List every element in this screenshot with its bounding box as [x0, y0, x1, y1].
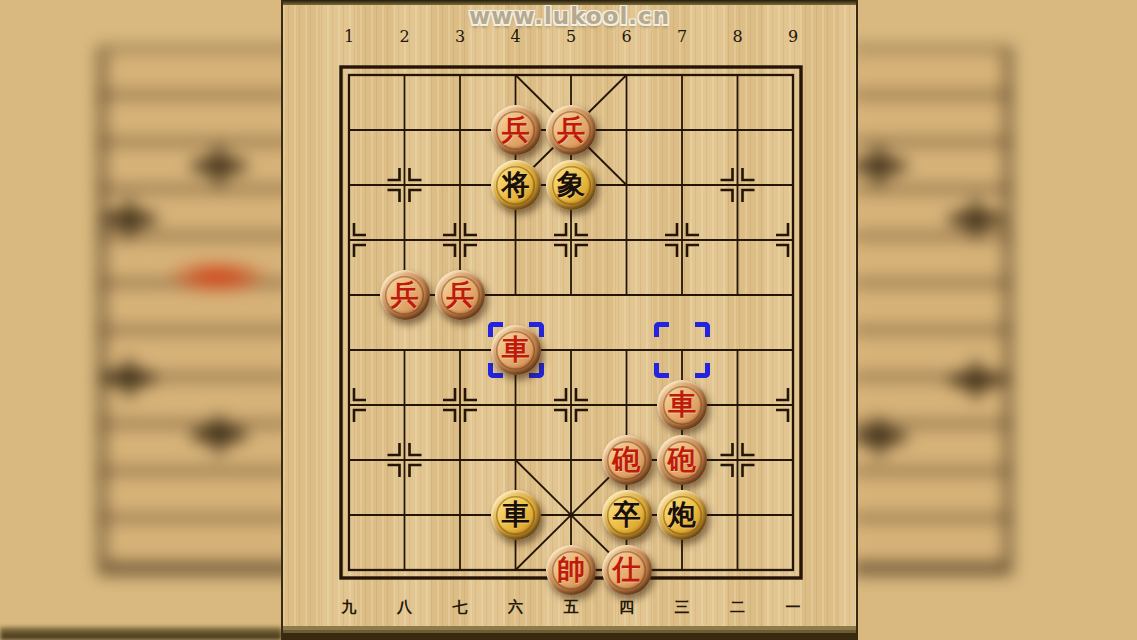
piece-character: 卒 — [613, 501, 641, 529]
piece-face: 車 — [496, 331, 535, 370]
piece-character: 砲 — [613, 446, 641, 474]
piece-face: 兵 — [552, 111, 591, 150]
background-marker-blob — [100, 369, 158, 387]
piece-character: 砲 — [668, 446, 696, 474]
piece-black-cannon[interactable]: 炮 — [657, 490, 707, 540]
piece-red-chariot[interactable]: 車 — [657, 380, 707, 430]
piece-character: 兵 — [557, 116, 585, 144]
rank-number-label: 五 — [558, 598, 584, 617]
piece-red-cannon[interactable]: 砲 — [657, 435, 707, 485]
piece-black-chariot[interactable]: 車 — [491, 490, 541, 540]
piece-character: 象 — [557, 171, 585, 199]
piece-red-soldier[interactable]: 兵 — [546, 105, 596, 155]
piece-red-soldier[interactable]: 兵 — [380, 270, 430, 320]
rank-number-label: 一 — [780, 598, 806, 617]
piece-face: 車 — [663, 386, 702, 425]
background-red-piece-blob — [164, 260, 272, 294]
piece-face: 仕 — [607, 551, 646, 590]
piece-red-cannon[interactable]: 砲 — [602, 435, 652, 485]
last-move-origin-marker — [654, 322, 710, 378]
bracket-corner — [695, 322, 710, 337]
piece-face: 砲 — [607, 441, 646, 480]
piece-red-general[interactable]: 帥 — [546, 545, 596, 595]
background-bottom-edge — [0, 627, 282, 640]
background-board-left — [98, 46, 296, 575]
rank-number-label: 三 — [669, 598, 695, 617]
piece-face: 炮 — [663, 496, 702, 535]
window-bottom-edge — [283, 626, 856, 640]
piece-black-general[interactable]: 将 — [491, 160, 541, 210]
screenshot: www.lukool.cn 123456789 兵兵将象兵兵車車砲砲車卒炮帥仕 … — [0, 0, 1137, 640]
piece-face: 将 — [496, 166, 535, 205]
rank-number-label: 九 — [336, 598, 362, 617]
background-marker-blob — [947, 371, 1005, 389]
piece-character: 車 — [668, 391, 696, 419]
rank-number-label: 八 — [392, 598, 418, 617]
bracket-corner — [654, 322, 669, 337]
background-marker-blob — [947, 210, 1005, 228]
piece-face: 砲 — [663, 441, 702, 480]
piece-character: 仕 — [613, 556, 641, 584]
piece-face: 兵 — [385, 276, 424, 315]
piece-red-soldier[interactable]: 兵 — [491, 105, 541, 155]
piece-red-advisor[interactable]: 仕 — [602, 545, 652, 595]
piece-character: 兵 — [446, 281, 474, 309]
rank-number-label: 二 — [725, 598, 751, 617]
background-board-right — [852, 46, 1012, 575]
piece-black-soldier[interactable]: 卒 — [602, 490, 652, 540]
board[interactable]: 兵兵将象兵兵車車砲砲車卒炮帥仕 — [283, 0, 860, 640]
piece-face: 車 — [496, 496, 535, 535]
piece-character: 帥 — [557, 556, 585, 584]
window-top-edge — [283, 0, 856, 5]
piece-face: 兵 — [496, 111, 535, 150]
background-marker-blob — [100, 210, 158, 228]
rank-number-label: 七 — [447, 598, 473, 617]
bracket-corner — [654, 363, 669, 378]
piece-black-elephant[interactable]: 象 — [546, 160, 596, 210]
piece-face: 卒 — [607, 496, 646, 535]
piece-face: 帥 — [552, 551, 591, 590]
background-marker-blob — [190, 426, 248, 444]
rank-number-label: 四 — [614, 598, 640, 617]
piece-face: 兵 — [441, 276, 480, 315]
rank-number-label: 六 — [503, 598, 529, 617]
piece-red-chariot[interactable]: 車 — [491, 325, 541, 375]
piece-character: 兵 — [502, 116, 530, 144]
piece-character: 車 — [502, 501, 530, 529]
background-marker-blob — [190, 157, 248, 175]
piece-character: 車 — [502, 336, 530, 364]
piece-red-soldier[interactable]: 兵 — [435, 270, 485, 320]
piece-character: 炮 — [668, 501, 696, 529]
piece-character: 兵 — [391, 281, 419, 309]
piece-character: 将 — [502, 171, 530, 199]
bracket-corner — [695, 363, 710, 378]
game-window: www.lukool.cn 123456789 兵兵将象兵兵車車砲砲車卒炮帥仕 … — [281, 0, 858, 640]
piece-face: 象 — [552, 166, 591, 205]
